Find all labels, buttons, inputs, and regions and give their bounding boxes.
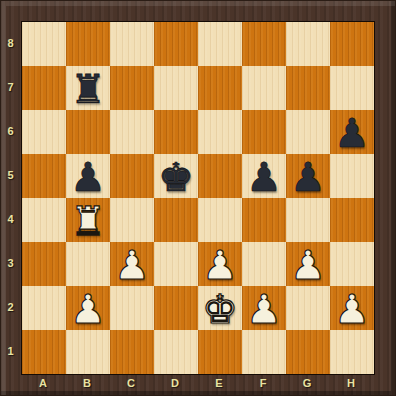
white-pawn-g3[interactable]: ♟ bbox=[286, 242, 330, 286]
square-d7[interactable] bbox=[154, 66, 198, 110]
square-h7[interactable] bbox=[330, 66, 374, 110]
square-h4[interactable] bbox=[330, 198, 374, 242]
chessboard-frame: ♜♟♟♚♟♟♜♟♟♟♟♚♟♟ 87654321ABCDEFGH bbox=[0, 0, 396, 396]
square-e6[interactable] bbox=[198, 110, 242, 154]
square-b5[interactable]: ♟ bbox=[66, 154, 110, 198]
square-a4[interactable] bbox=[22, 198, 66, 242]
square-c5[interactable] bbox=[110, 154, 154, 198]
square-b1[interactable] bbox=[66, 330, 110, 374]
square-f2[interactable]: ♟ bbox=[242, 286, 286, 330]
square-g1[interactable] bbox=[286, 330, 330, 374]
square-b8[interactable] bbox=[66, 22, 110, 66]
square-f8[interactable] bbox=[242, 22, 286, 66]
square-f4[interactable] bbox=[242, 198, 286, 242]
square-h1[interactable] bbox=[330, 330, 374, 374]
file-label-f: F bbox=[241, 375, 285, 393]
file-label-c: C bbox=[109, 375, 153, 393]
square-c8[interactable] bbox=[110, 22, 154, 66]
square-d1[interactable] bbox=[154, 330, 198, 374]
square-a3[interactable] bbox=[22, 242, 66, 286]
white-rook-b4[interactable]: ♜ bbox=[66, 198, 110, 242]
file-label-e: E bbox=[197, 375, 241, 393]
square-e4[interactable] bbox=[198, 198, 242, 242]
square-f7[interactable] bbox=[242, 66, 286, 110]
square-c6[interactable] bbox=[110, 110, 154, 154]
chess-board: ♜♟♟♚♟♟♜♟♟♟♟♚♟♟ bbox=[21, 21, 375, 375]
square-f6[interactable] bbox=[242, 110, 286, 154]
white-pawn-b2[interactable]: ♟ bbox=[66, 286, 110, 330]
white-pawn-h2[interactable]: ♟ bbox=[330, 286, 374, 330]
white-pawn-f2[interactable]: ♟ bbox=[242, 286, 286, 330]
rank-label-2: 2 bbox=[1, 285, 20, 329]
white-king-e2[interactable]: ♚ bbox=[198, 286, 242, 330]
file-label-g: G bbox=[285, 375, 329, 393]
square-d8[interactable] bbox=[154, 22, 198, 66]
square-g2[interactable] bbox=[286, 286, 330, 330]
square-c3[interactable]: ♟ bbox=[110, 242, 154, 286]
square-g7[interactable] bbox=[286, 66, 330, 110]
square-e8[interactable] bbox=[198, 22, 242, 66]
file-label-a: A bbox=[21, 375, 65, 393]
square-g4[interactable] bbox=[286, 198, 330, 242]
square-h5[interactable] bbox=[330, 154, 374, 198]
square-b6[interactable] bbox=[66, 110, 110, 154]
square-b2[interactable]: ♟ bbox=[66, 286, 110, 330]
black-pawn-g5[interactable]: ♟ bbox=[286, 154, 330, 198]
white-pawn-e3[interactable]: ♟ bbox=[198, 242, 242, 286]
square-f5[interactable]: ♟ bbox=[242, 154, 286, 198]
rank-label-6: 6 bbox=[1, 109, 20, 153]
square-c7[interactable] bbox=[110, 66, 154, 110]
square-e1[interactable] bbox=[198, 330, 242, 374]
square-f3[interactable] bbox=[242, 242, 286, 286]
rank-label-1: 1 bbox=[1, 329, 20, 373]
black-pawn-f5[interactable]: ♟ bbox=[242, 154, 286, 198]
white-pawn-c3[interactable]: ♟ bbox=[110, 242, 154, 286]
square-d5[interactable]: ♚ bbox=[154, 154, 198, 198]
square-b3[interactable] bbox=[66, 242, 110, 286]
file-label-h: H bbox=[329, 375, 373, 393]
square-a2[interactable] bbox=[22, 286, 66, 330]
file-label-b: B bbox=[65, 375, 109, 393]
square-e2[interactable]: ♚ bbox=[198, 286, 242, 330]
square-a7[interactable] bbox=[22, 66, 66, 110]
square-e3[interactable]: ♟ bbox=[198, 242, 242, 286]
square-c4[interactable] bbox=[110, 198, 154, 242]
square-b7[interactable]: ♜ bbox=[66, 66, 110, 110]
square-d4[interactable] bbox=[154, 198, 198, 242]
rank-label-5: 5 bbox=[1, 153, 20, 197]
black-pawn-b5[interactable]: ♟ bbox=[66, 154, 110, 198]
square-d2[interactable] bbox=[154, 286, 198, 330]
black-rook-b7[interactable]: ♜ bbox=[66, 66, 110, 110]
square-d6[interactable] bbox=[154, 110, 198, 154]
square-e5[interactable] bbox=[198, 154, 242, 198]
black-king-d5[interactable]: ♚ bbox=[154, 154, 198, 198]
rank-label-8: 8 bbox=[1, 21, 20, 65]
square-h2[interactable]: ♟ bbox=[330, 286, 374, 330]
square-g8[interactable] bbox=[286, 22, 330, 66]
file-label-d: D bbox=[153, 375, 197, 393]
square-c2[interactable] bbox=[110, 286, 154, 330]
square-c1[interactable] bbox=[110, 330, 154, 374]
square-d3[interactable] bbox=[154, 242, 198, 286]
square-a5[interactable] bbox=[22, 154, 66, 198]
square-h6[interactable]: ♟ bbox=[330, 110, 374, 154]
square-a8[interactable] bbox=[22, 22, 66, 66]
square-a1[interactable] bbox=[22, 330, 66, 374]
square-f1[interactable] bbox=[242, 330, 286, 374]
rank-label-7: 7 bbox=[1, 65, 20, 109]
square-e7[interactable] bbox=[198, 66, 242, 110]
square-a6[interactable] bbox=[22, 110, 66, 154]
rank-label-3: 3 bbox=[1, 241, 20, 285]
square-h8[interactable] bbox=[330, 22, 374, 66]
square-b4[interactable]: ♜ bbox=[66, 198, 110, 242]
square-g6[interactable] bbox=[286, 110, 330, 154]
black-pawn-h6[interactable]: ♟ bbox=[330, 110, 374, 154]
square-g5[interactable]: ♟ bbox=[286, 154, 330, 198]
square-h3[interactable] bbox=[330, 242, 374, 286]
rank-label-4: 4 bbox=[1, 197, 20, 241]
square-g3[interactable]: ♟ bbox=[286, 242, 330, 286]
